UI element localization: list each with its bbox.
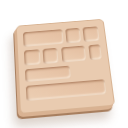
- product-photo-background: [0, 0, 128, 128]
- compartment-i[interactable]: [26, 79, 106, 101]
- compartment-g[interactable]: [88, 44, 101, 60]
- compartment-c[interactable]: [83, 27, 99, 43]
- compartment-e[interactable]: [43, 48, 59, 64]
- tray-surface: [16, 19, 115, 114]
- compartment-d[interactable]: [24, 49, 40, 65]
- compartment-f[interactable]: [61, 46, 86, 63]
- compartment-h[interactable]: [25, 65, 71, 82]
- wooden-tray: [16, 19, 115, 114]
- compartment-b[interactable]: [66, 28, 81, 44]
- compartment-a[interactable]: [23, 29, 63, 47]
